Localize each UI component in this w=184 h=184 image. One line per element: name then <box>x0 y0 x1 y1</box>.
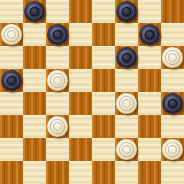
white-man[interactable] <box>47 116 68 137</box>
square-b8[interactable] <box>23 0 46 23</box>
square-f7 <box>115 23 138 46</box>
square-e8 <box>92 0 115 23</box>
square-f3 <box>115 115 138 138</box>
square-f8[interactable] <box>115 0 138 23</box>
white-man[interactable] <box>47 70 68 91</box>
square-b1 <box>23 161 46 184</box>
square-e7[interactable] <box>92 23 115 46</box>
square-d2[interactable] <box>69 138 92 161</box>
square-a4 <box>0 92 23 115</box>
square-g4 <box>138 92 161 115</box>
square-g1[interactable] <box>138 161 161 184</box>
square-h4[interactable] <box>161 92 184 115</box>
square-h7 <box>161 23 184 46</box>
square-e4 <box>92 92 115 115</box>
square-d8[interactable] <box>69 0 92 23</box>
black-man[interactable] <box>24 1 45 22</box>
square-e6 <box>92 46 115 69</box>
square-e1[interactable] <box>92 161 115 184</box>
square-c8 <box>46 0 69 23</box>
square-d1 <box>69 161 92 184</box>
square-b4[interactable] <box>23 92 46 115</box>
square-f2[interactable] <box>115 138 138 161</box>
square-b6[interactable] <box>23 46 46 69</box>
black-man[interactable] <box>47 24 68 45</box>
square-b7 <box>23 23 46 46</box>
square-a1[interactable] <box>0 161 23 184</box>
square-d3 <box>69 115 92 138</box>
black-man[interactable] <box>1 70 22 91</box>
square-b2[interactable] <box>23 138 46 161</box>
square-a2 <box>0 138 23 161</box>
square-a7[interactable] <box>0 23 23 46</box>
square-g2 <box>138 138 161 161</box>
white-man[interactable] <box>162 47 183 68</box>
black-man[interactable] <box>116 47 137 68</box>
square-g8 <box>138 0 161 23</box>
square-h8[interactable] <box>161 0 184 23</box>
square-h2[interactable] <box>161 138 184 161</box>
square-c1[interactable] <box>46 161 69 184</box>
square-g7[interactable] <box>138 23 161 46</box>
square-a3[interactable] <box>0 115 23 138</box>
square-c5[interactable] <box>46 69 69 92</box>
square-b5 <box>23 69 46 92</box>
square-c2 <box>46 138 69 161</box>
square-d7 <box>69 23 92 46</box>
white-man[interactable] <box>162 139 183 160</box>
square-g6 <box>138 46 161 69</box>
black-man[interactable] <box>139 24 160 45</box>
square-f5 <box>115 69 138 92</box>
square-h3 <box>161 115 184 138</box>
square-h1 <box>161 161 184 184</box>
black-man[interactable] <box>162 93 183 114</box>
square-c6 <box>46 46 69 69</box>
white-man[interactable] <box>116 139 137 160</box>
square-h5 <box>161 69 184 92</box>
square-g5[interactable] <box>138 69 161 92</box>
white-man[interactable] <box>116 93 137 114</box>
square-d4[interactable] <box>69 92 92 115</box>
square-a5[interactable] <box>0 69 23 92</box>
square-a6 <box>0 46 23 69</box>
game-window <box>0 0 184 184</box>
square-d5 <box>69 69 92 92</box>
square-e2 <box>92 138 115 161</box>
square-f6[interactable] <box>115 46 138 69</box>
square-e5[interactable] <box>92 69 115 92</box>
white-man[interactable] <box>1 24 22 45</box>
square-b3 <box>23 115 46 138</box>
black-man[interactable] <box>116 1 137 22</box>
square-c7[interactable] <box>46 23 69 46</box>
square-a8 <box>0 0 23 23</box>
square-g3[interactable] <box>138 115 161 138</box>
square-f4[interactable] <box>115 92 138 115</box>
checkers-board <box>0 0 184 184</box>
square-h6[interactable] <box>161 46 184 69</box>
square-c3[interactable] <box>46 115 69 138</box>
square-c4 <box>46 92 69 115</box>
square-d6[interactable] <box>69 46 92 69</box>
square-e3[interactable] <box>92 115 115 138</box>
square-f1 <box>115 161 138 184</box>
